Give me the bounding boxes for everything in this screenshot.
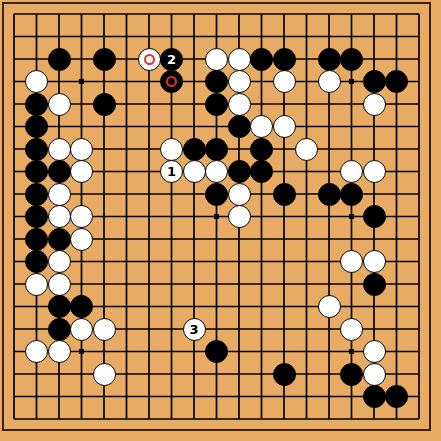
- black-stone: [25, 93, 48, 116]
- white-stone: [25, 70, 48, 93]
- white-stone: [183, 160, 206, 183]
- black-stone: [385, 385, 408, 408]
- black-stone: [363, 273, 386, 296]
- white-stone: [273, 70, 296, 93]
- white-stone: [250, 115, 273, 138]
- black-stone-circle-marked: [160, 70, 183, 93]
- black-stone: [273, 183, 296, 206]
- white-stone: [70, 228, 93, 251]
- black-stone: [48, 295, 71, 318]
- white-stone: [70, 160, 93, 183]
- go-board-diagram: 213: [0, 0, 441, 441]
- black-stone: [93, 48, 116, 71]
- white-stone: [93, 363, 116, 386]
- black-stone: [340, 48, 363, 71]
- black-stone: [48, 318, 71, 341]
- white-stone: [93, 318, 116, 341]
- black-stone: [318, 183, 341, 206]
- black-stone: [205, 138, 228, 161]
- black-stone: [205, 340, 228, 363]
- white-stone: [228, 205, 251, 228]
- black-stone: [25, 183, 48, 206]
- black-stone: [340, 363, 363, 386]
- white-stone: [273, 115, 296, 138]
- star-point: [349, 349, 354, 354]
- black-stone: [250, 48, 273, 71]
- black-stone: [273, 363, 296, 386]
- white-stone: [70, 318, 93, 341]
- move-number: 2: [167, 53, 176, 66]
- black-stone: [205, 70, 228, 93]
- white-stone: [228, 70, 251, 93]
- black-stone: [25, 205, 48, 228]
- black-stone: [318, 48, 341, 71]
- white-stone: [205, 160, 228, 183]
- white-stone: [25, 273, 48, 296]
- white-stone: [363, 250, 386, 273]
- black-stone: [228, 115, 251, 138]
- white-stone-circle-marked: [138, 48, 161, 71]
- move-number: 1: [167, 165, 176, 178]
- white-stone: [48, 205, 71, 228]
- white-stone: [363, 363, 386, 386]
- circle-mark: [166, 76, 177, 87]
- black-stone: [363, 70, 386, 93]
- white-stone: [48, 93, 71, 116]
- black-stone: [228, 160, 251, 183]
- white-stone: [228, 48, 251, 71]
- white-stone: [363, 160, 386, 183]
- black-stone: [363, 385, 386, 408]
- black-stone: [70, 295, 93, 318]
- white-stone: [48, 138, 71, 161]
- black-stone: [48, 160, 71, 183]
- black-stone-numbered-2: 2: [160, 48, 183, 71]
- white-stone-numbered-3: 3: [183, 318, 206, 341]
- white-stone: [48, 273, 71, 296]
- black-stone: [25, 138, 48, 161]
- white-stone: [70, 138, 93, 161]
- black-stone: [183, 138, 206, 161]
- white-stone: [48, 250, 71, 273]
- black-stone: [25, 160, 48, 183]
- white-stone: [228, 93, 251, 116]
- star-point: [79, 349, 84, 354]
- black-stone: [340, 183, 363, 206]
- white-stone: [70, 205, 93, 228]
- black-stone: [48, 48, 71, 71]
- star-point: [79, 79, 84, 84]
- black-stone: [385, 70, 408, 93]
- black-stone: [25, 250, 48, 273]
- black-stone: [273, 48, 296, 71]
- circle-mark: [144, 54, 155, 65]
- black-stone: [205, 93, 228, 116]
- black-stone: [250, 138, 273, 161]
- black-stone: [48, 228, 71, 251]
- white-stone: [228, 183, 251, 206]
- white-stone: [318, 70, 341, 93]
- black-stone: [363, 205, 386, 228]
- white-stone: [48, 183, 71, 206]
- white-stone: [160, 138, 183, 161]
- white-stone: [363, 93, 386, 116]
- black-stone: [93, 93, 116, 116]
- white-stone: [295, 138, 318, 161]
- move-number: 3: [189, 323, 198, 336]
- white-stone: [340, 160, 363, 183]
- white-stone-numbered-1: 1: [160, 160, 183, 183]
- black-stone: [250, 160, 273, 183]
- star-point: [214, 214, 219, 219]
- white-stone: [205, 48, 228, 71]
- white-stone: [318, 295, 341, 318]
- white-stone: [340, 250, 363, 273]
- star-point: [349, 214, 354, 219]
- white-stone: [340, 318, 363, 341]
- star-point: [349, 79, 354, 84]
- black-stone: [205, 183, 228, 206]
- black-stone: [25, 115, 48, 138]
- white-stone: [363, 340, 386, 363]
- black-stone: [25, 228, 48, 251]
- white-stone: [25, 340, 48, 363]
- white-stone: [48, 340, 71, 363]
